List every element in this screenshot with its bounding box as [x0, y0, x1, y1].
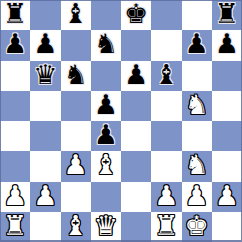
piece-b7-black-pawn[interactable]: ♟	[33, 30, 57, 59]
square-h2[interactable]: ♟	[212, 182, 242, 212]
square-c7[interactable]	[61, 30, 91, 60]
piece-c1-white-bishop[interactable]: ♝	[64, 212, 88, 241]
square-c2[interactable]	[61, 182, 91, 212]
square-a5[interactable]	[0, 91, 30, 121]
piece-g5-white-knight[interactable]: ♞	[185, 91, 209, 120]
square-d4[interactable]: ♟	[91, 121, 121, 151]
square-f7[interactable]	[151, 30, 181, 60]
square-c6[interactable]: ♞	[61, 61, 91, 91]
square-b4[interactable]	[30, 121, 60, 151]
square-e4[interactable]	[121, 121, 151, 151]
piece-e6-black-pawn[interactable]: ♟	[124, 61, 148, 90]
square-g3[interactable]: ♞	[182, 151, 212, 181]
square-f3[interactable]	[151, 151, 181, 181]
square-d2[interactable]	[91, 182, 121, 212]
chess-board: ♜♝♚♜♟♟♞♟♟♛♞♟♝♟♞♟♟♝♞♟♟♟♟♟♜♝♛♜♚	[0, 0, 242, 242]
piece-a1-white-rook[interactable]: ♜	[3, 212, 27, 241]
square-c5[interactable]	[61, 91, 91, 121]
square-g5[interactable]: ♞	[182, 91, 212, 121]
square-e3[interactable]	[121, 151, 151, 181]
square-d5[interactable]: ♟	[91, 91, 121, 121]
piece-h8-black-rook[interactable]: ♜	[215, 0, 239, 29]
square-g2[interactable]: ♟	[182, 182, 212, 212]
square-g4[interactable]	[182, 121, 212, 151]
piece-e8-black-king[interactable]: ♚	[124, 0, 148, 29]
square-h8[interactable]: ♜	[212, 0, 242, 30]
square-f2[interactable]: ♟	[151, 182, 181, 212]
piece-f6-black-bishop[interactable]: ♝	[154, 61, 178, 90]
square-g1[interactable]: ♚	[182, 212, 212, 242]
piece-g3-white-knight[interactable]: ♞	[185, 151, 209, 180]
square-b6[interactable]: ♛	[30, 61, 60, 91]
piece-d4-black-pawn[interactable]: ♟	[94, 121, 118, 150]
square-e8[interactable]: ♚	[121, 0, 151, 30]
square-d8[interactable]	[91, 0, 121, 30]
piece-f1-white-rook[interactable]: ♜	[154, 212, 178, 241]
square-f8[interactable]	[151, 0, 181, 30]
square-h7[interactable]: ♟	[212, 30, 242, 60]
square-h3[interactable]	[212, 151, 242, 181]
square-c3[interactable]: ♟	[61, 151, 91, 181]
square-b3[interactable]	[30, 151, 60, 181]
piece-d1-white-queen[interactable]: ♛	[94, 212, 118, 241]
piece-d3-white-bishop[interactable]: ♝	[94, 151, 118, 180]
piece-f2-white-pawn[interactable]: ♟	[154, 182, 178, 211]
piece-g7-black-pawn[interactable]: ♟	[185, 30, 209, 59]
piece-g1-white-king[interactable]: ♚	[185, 212, 209, 241]
square-h1[interactable]	[212, 212, 242, 242]
square-h4[interactable]	[212, 121, 242, 151]
square-c4[interactable]	[61, 121, 91, 151]
square-e1[interactable]	[121, 212, 151, 242]
square-b2[interactable]: ♟	[30, 182, 60, 212]
piece-c8-black-bishop[interactable]: ♝	[64, 0, 88, 29]
square-b7[interactable]: ♟	[30, 30, 60, 60]
piece-a8-black-rook[interactable]: ♜	[3, 0, 27, 29]
square-e7[interactable]	[121, 30, 151, 60]
square-g7[interactable]: ♟	[182, 30, 212, 60]
square-a4[interactable]	[0, 121, 30, 151]
square-a8[interactable]: ♜	[0, 0, 30, 30]
board-grid: ♜♝♚♜♟♟♞♟♟♛♞♟♝♟♞♟♟♝♞♟♟♟♟♟♜♝♛♜♚	[0, 0, 242, 242]
square-h5[interactable]	[212, 91, 242, 121]
piece-b6-black-queen[interactable]: ♛	[33, 61, 57, 90]
piece-g2-white-pawn[interactable]: ♟	[185, 182, 209, 211]
square-c8[interactable]: ♝	[61, 0, 91, 30]
square-d1[interactable]: ♛	[91, 212, 121, 242]
piece-a2-white-pawn[interactable]: ♟	[3, 182, 27, 211]
square-a6[interactable]	[0, 61, 30, 91]
square-c1[interactable]: ♝	[61, 212, 91, 242]
square-a2[interactable]: ♟	[0, 182, 30, 212]
piece-b2-white-pawn[interactable]: ♟	[33, 182, 57, 211]
square-a3[interactable]	[0, 151, 30, 181]
piece-d7-black-knight[interactable]: ♞	[94, 30, 118, 59]
square-a1[interactable]: ♜	[0, 212, 30, 242]
square-a7[interactable]: ♟	[0, 30, 30, 60]
square-f6[interactable]: ♝	[151, 61, 181, 91]
square-b8[interactable]	[30, 0, 60, 30]
square-d3[interactable]: ♝	[91, 151, 121, 181]
square-f5[interactable]	[151, 91, 181, 121]
square-e5[interactable]	[121, 91, 151, 121]
piece-a7-black-pawn[interactable]: ♟	[3, 30, 27, 59]
piece-h7-black-pawn[interactable]: ♟	[215, 30, 239, 59]
piece-h2-white-pawn[interactable]: ♟	[215, 182, 239, 211]
square-e2[interactable]	[121, 182, 151, 212]
square-d7[interactable]: ♞	[91, 30, 121, 60]
piece-c6-black-knight[interactable]: ♞	[64, 61, 88, 90]
square-e6[interactable]: ♟	[121, 61, 151, 91]
square-g6[interactable]	[182, 61, 212, 91]
square-f4[interactable]	[151, 121, 181, 151]
square-h6[interactable]	[212, 61, 242, 91]
square-b5[interactable]	[30, 91, 60, 121]
square-d6[interactable]	[91, 61, 121, 91]
square-f1[interactable]: ♜	[151, 212, 181, 242]
piece-d5-black-pawn[interactable]: ♟	[94, 91, 118, 120]
square-g8[interactable]	[182, 0, 212, 30]
square-b1[interactable]	[30, 212, 60, 242]
piece-c3-white-pawn[interactable]: ♟	[64, 151, 88, 180]
